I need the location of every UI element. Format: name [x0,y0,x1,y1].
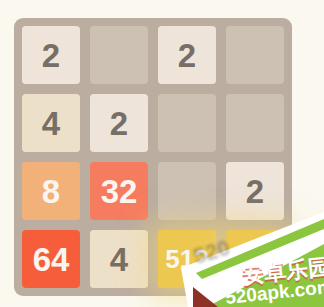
tile-2: 2 [158,26,216,84]
tile-2: 2 [226,162,284,220]
tile-4: 4 [22,94,80,152]
empty-cell [226,26,284,84]
empty-cell [158,94,216,152]
tile-64: 64 [22,230,80,288]
tile-2: 2 [22,26,80,84]
tile-2: 2 [90,94,148,152]
tile-4: 4 [90,230,148,288]
empty-cell [90,26,148,84]
tile-32: 32 [90,162,148,220]
game-board[interactable]: 22428322644512 [14,18,292,296]
empty-cell [226,94,284,152]
empty-cell [158,162,216,220]
tile-8: 8 [22,162,80,220]
tile-512: 512 [158,230,216,288]
tile-hidden-value [226,230,284,288]
